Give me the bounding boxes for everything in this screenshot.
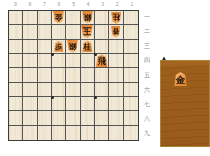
square-24[interactable]: [109, 54, 123, 68]
square-64[interactable]: [52, 54, 66, 68]
square-35[interactable]: [95, 68, 109, 82]
file-label-3: 3: [95, 1, 110, 8]
file-label-6: 6: [52, 1, 67, 8]
square-82[interactable]: [23, 25, 37, 39]
square-46[interactable]: [81, 83, 95, 97]
square-69[interactable]: [52, 126, 66, 140]
square-96[interactable]: [9, 83, 23, 97]
square-32[interactable]: [95, 25, 109, 39]
square-78[interactable]: [38, 111, 52, 125]
square-47[interactable]: [81, 97, 95, 111]
piece-gote-gold[interactable]: 金: [53, 11, 64, 24]
piece-sente-knight[interactable]: 桂: [82, 40, 93, 52]
square-11[interactable]: [124, 11, 138, 25]
square-49[interactable]: [81, 126, 95, 140]
square-72[interactable]: [38, 25, 52, 39]
square-51[interactable]: [66, 11, 80, 25]
square-77[interactable]: [38, 97, 52, 111]
square-59[interactable]: [66, 126, 80, 140]
square-44[interactable]: [81, 54, 95, 68]
square-36[interactable]: [95, 83, 109, 97]
square-15[interactable]: [124, 68, 138, 82]
star-point: [51, 96, 54, 99]
square-28[interactable]: [109, 111, 123, 125]
square-39[interactable]: [95, 126, 109, 140]
rank-label-7: 七: [142, 97, 152, 112]
piece-sente-rook[interactable]: 飛: [96, 54, 108, 67]
square-93[interactable]: [9, 40, 23, 54]
rank-label-1: 一: [142, 10, 152, 25]
file-label-9: 9: [8, 1, 23, 8]
square-75[interactable]: [38, 68, 52, 82]
square-17[interactable]: [124, 97, 138, 111]
square-99[interactable]: [9, 126, 23, 140]
piece-gote-silver[interactable]: 銀: [82, 11, 93, 24]
square-89[interactable]: [23, 126, 37, 140]
square-13[interactable]: [124, 40, 138, 54]
file-labels: 987654321: [8, 1, 139, 8]
square-48[interactable]: [81, 111, 95, 125]
shogi-board: 金銀桂玉香歩銀桂飛: [8, 10, 139, 141]
rank-label-9: 九: [142, 127, 152, 142]
square-65[interactable]: [52, 68, 66, 82]
square-98[interactable]: [9, 111, 23, 125]
star-point: [94, 96, 97, 99]
square-61[interactable]: 金: [52, 11, 66, 25]
square-56[interactable]: [66, 83, 80, 97]
rank-label-4: 四: [142, 54, 152, 69]
square-83[interactable]: [23, 40, 37, 54]
square-86[interactable]: [23, 83, 37, 97]
file-label-4: 4: [81, 1, 96, 8]
file-label-1: 1: [125, 1, 140, 8]
star-point: [94, 53, 97, 56]
square-63[interactable]: 歩: [52, 40, 66, 54]
square-37[interactable]: [95, 97, 109, 111]
square-73[interactable]: [38, 40, 52, 54]
square-88[interactable]: [23, 111, 37, 125]
square-81[interactable]: [23, 11, 37, 25]
square-85[interactable]: [23, 68, 37, 82]
square-22[interactable]: 香: [109, 25, 123, 39]
square-34[interactable]: 飛: [95, 54, 109, 68]
rank-label-3: 三: [142, 39, 152, 54]
square-45[interactable]: [81, 68, 95, 82]
square-53[interactable]: 銀: [66, 40, 80, 54]
rank-label-2: 二: [142, 25, 152, 40]
square-92[interactable]: [9, 25, 23, 39]
square-95[interactable]: [9, 68, 23, 82]
square-18[interactable]: [124, 111, 138, 125]
square-21[interactable]: 桂: [109, 11, 123, 25]
square-29[interactable]: [109, 126, 123, 140]
square-87[interactable]: [23, 97, 37, 111]
piece-gote-silver[interactable]: 銀: [67, 40, 78, 53]
square-33[interactable]: [95, 40, 109, 54]
square-25[interactable]: [109, 68, 123, 82]
square-52[interactable]: [66, 25, 80, 39]
file-label-5: 5: [66, 1, 81, 8]
square-14[interactable]: [124, 54, 138, 68]
piece-sente-pawn[interactable]: 歩: [54, 41, 64, 52]
square-54[interactable]: [66, 54, 80, 68]
rank-label-5: 五: [142, 68, 152, 83]
square-19[interactable]: [124, 126, 138, 140]
square-97[interactable]: [9, 97, 23, 111]
square-23[interactable]: [109, 40, 123, 54]
board-grid: 金銀桂玉香歩銀桂飛: [9, 11, 138, 140]
rank-label-8: 八: [142, 112, 152, 127]
square-62[interactable]: [52, 25, 66, 39]
hand-piece-gold[interactable]: 金: [174, 72, 187, 86]
square-55[interactable]: [66, 68, 80, 82]
piece-gote-knight[interactable]: 桂: [111, 12, 122, 24]
square-84[interactable]: [23, 54, 37, 68]
square-41[interactable]: 銀: [81, 11, 95, 25]
rank-label-6: 六: [142, 83, 152, 98]
shogi-diagram: 987654321 金銀桂玉香歩銀桂飛 一二三四五六七八九 ▲ 金: [0, 0, 210, 156]
file-label-7: 7: [37, 1, 52, 8]
square-26[interactable]: [109, 83, 123, 97]
square-79[interactable]: [38, 126, 52, 140]
square-31[interactable]: [95, 11, 109, 25]
file-label-2: 2: [110, 1, 125, 8]
rank-labels: 一二三四五六七八九: [142, 10, 152, 141]
square-38[interactable]: [95, 111, 109, 125]
square-91[interactable]: [9, 11, 23, 25]
square-43[interactable]: 桂: [81, 40, 95, 54]
square-27[interactable]: [109, 97, 123, 111]
square-58[interactable]: [66, 111, 80, 125]
square-94[interactable]: [9, 54, 23, 68]
square-71[interactable]: [38, 11, 52, 25]
star-point: [51, 53, 54, 56]
square-74[interactable]: [38, 54, 52, 68]
file-label-8: 8: [23, 1, 38, 8]
square-67[interactable]: [52, 97, 66, 111]
square-12[interactable]: [124, 25, 138, 39]
sente-hand-area: 金: [174, 72, 187, 86]
square-16[interactable]: [124, 83, 138, 97]
piece-gote-king[interactable]: 玉: [81, 25, 93, 38]
square-66[interactable]: [52, 83, 66, 97]
square-76[interactable]: [38, 83, 52, 97]
square-57[interactable]: [66, 97, 80, 111]
square-42[interactable]: 玉: [81, 25, 95, 39]
square-68[interactable]: [52, 111, 66, 125]
piece-gote-lance[interactable]: 香: [111, 26, 121, 38]
